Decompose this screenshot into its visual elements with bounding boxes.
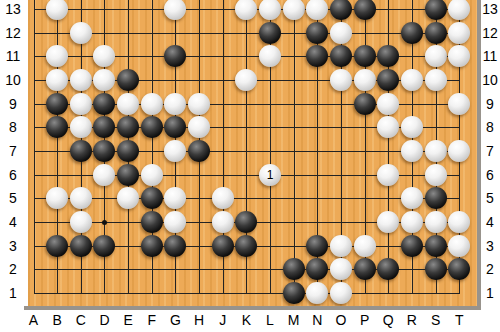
column-label-F: F [142,313,162,327]
black-stone-S3[interactable] [425,235,447,257]
black-stone-F4[interactable] [141,211,163,233]
grid-line-vertical-A [34,0,35,294]
white-stone-P10[interactable] [354,69,376,91]
black-stone-D9[interactable] [93,93,115,115]
white-stone-S7[interactable] [425,140,447,162]
black-stone-C7[interactable] [70,140,92,162]
column-label-R: R [402,313,422,327]
black-stone-N3[interactable] [306,235,328,257]
row-label-left-4: 4 [0,215,26,229]
black-stone-D3[interactable] [93,235,115,257]
black-stone-S12[interactable] [425,22,447,44]
row-label-left-3: 3 [0,239,26,253]
row-label-left-13: 13 [0,2,26,16]
black-stone-P2[interactable] [354,258,376,280]
black-stone-E6[interactable] [117,164,139,186]
column-label-J: J [213,313,233,327]
white-stone-T7[interactable] [448,140,470,162]
white-stone-S6[interactable] [425,164,447,186]
row-label-right-6: 6 [480,168,500,182]
row-label-right-8: 8 [480,120,500,134]
black-stone-B9[interactable] [46,93,68,115]
black-stone-E10[interactable] [117,69,139,91]
white-stone-T4[interactable] [448,211,470,233]
white-stone-R5[interactable] [401,187,423,209]
white-stone-Q4[interactable] [377,211,399,233]
white-stone-E9[interactable] [117,93,139,115]
column-label-A: A [24,313,44,327]
white-stone-T12[interactable] [448,22,470,44]
column-label-E: E [118,313,138,327]
black-stone-P11[interactable] [354,45,376,67]
white-stone-J4[interactable] [212,211,234,233]
row-label-right-2: 2 [480,262,500,276]
row-label-left-11: 11 [0,49,26,63]
column-label-C: C [71,313,91,327]
white-stone-C10[interactable] [70,69,92,91]
column-label-M: M [284,313,304,327]
row-label-right-11: 11 [480,49,500,63]
row-label-left-1: 1 [0,286,26,300]
white-stone-G9[interactable] [164,93,186,115]
white-stone-R10[interactable] [401,69,423,91]
row-label-right-5: 5 [480,191,500,205]
black-stone-E7[interactable] [117,140,139,162]
black-stone-L12[interactable] [259,22,281,44]
white-stone-S10[interactable] [425,69,447,91]
column-label-T: T [449,313,469,327]
row-label-left-10: 10 [0,73,26,87]
column-label-L: L [260,313,280,327]
black-stone-F5[interactable] [141,187,163,209]
go-app-window: 1 13121110987654321 13121110987654321 AB… [0,0,500,332]
column-label-S: S [426,313,446,327]
column-label-P: P [355,313,375,327]
row-label-left-9: 9 [0,97,26,111]
row-label-right-10: 10 [480,73,500,87]
column-label-B: B [47,313,67,327]
column-label-D: D [94,313,114,327]
white-stone-O1[interactable] [330,282,352,304]
black-stone-F8[interactable] [141,116,163,138]
white-stone-C12[interactable] [70,22,92,44]
white-stone-R8[interactable] [401,116,423,138]
row-label-left-5: 5 [0,191,26,205]
white-stone-R7[interactable] [401,140,423,162]
row-label-right-3: 3 [480,239,500,253]
black-stone-P13[interactable] [354,0,376,20]
white-stone-F6[interactable] [141,164,163,186]
board-grid[interactable]: 1 [28,0,477,306]
column-label-G: G [165,313,185,327]
white-stone-P3[interactable] [354,235,376,257]
row-label-right-13: 13 [480,2,500,16]
white-stone-Q6[interactable] [377,164,399,186]
black-stone-R12[interactable] [401,22,423,44]
grid-line-horizontal-1 [34,293,461,294]
black-stone-K3[interactable] [235,235,257,257]
black-stone-C3[interactable] [70,235,92,257]
black-stone-F3[interactable] [141,235,163,257]
white-stone-O2[interactable] [330,258,352,280]
row-label-left-8: 8 [0,120,26,134]
black-stone-H7[interactable] [188,140,210,162]
black-stone-N12[interactable] [306,22,328,44]
black-stone-R3[interactable] [401,235,423,257]
row-label-right-7: 7 [480,144,500,158]
column-label-O: O [331,313,351,327]
white-stone-O10[interactable] [330,69,352,91]
grid-line-vertical-M [294,0,295,294]
column-label-N: N [307,313,327,327]
row-label-left-12: 12 [0,26,26,40]
column-label-H: H [189,313,209,327]
column-label-K: K [236,313,256,327]
white-stone-C9[interactable] [70,93,92,115]
row-label-right-9: 9 [480,97,500,111]
black-stone-M1[interactable] [283,282,305,304]
white-stone-D6[interactable] [93,164,115,186]
row-label-left-7: 7 [0,144,26,158]
row-label-right-1: 1 [480,286,500,300]
grid-line-horizontal-12 [34,33,461,34]
white-stone-J5[interactable] [212,187,234,209]
white-stone-T3[interactable] [448,235,470,257]
black-stone-G3[interactable] [164,235,186,257]
black-stone-M2[interactable] [283,258,305,280]
black-stone-S5[interactable] [425,187,447,209]
white-stone-S4[interactable] [425,211,447,233]
white-stone-M13[interactable] [283,0,305,20]
row-label-right-12: 12 [480,26,500,40]
white-stone-Q9[interactable] [377,93,399,115]
white-stone-C5[interactable] [70,187,92,209]
white-stone-C8[interactable] [70,116,92,138]
white-stone-H9[interactable] [188,93,210,115]
white-stone-N1[interactable] [306,282,328,304]
board-edge-shadow-bottom [24,306,481,310]
black-stone-S13[interactable] [425,0,447,20]
row-label-right-4: 4 [480,215,500,229]
white-stone-O12[interactable] [330,22,352,44]
black-stone-B3[interactable] [46,235,68,257]
white-stone-C4[interactable] [70,211,92,233]
white-stone-O3[interactable] [330,235,352,257]
white-stone-B10[interactable] [46,69,68,91]
white-stone-R4[interactable] [401,211,423,233]
white-stone-S11[interactable] [425,45,447,67]
row-label-left-2: 2 [0,262,26,276]
white-stone-L6[interactable]: 1 [259,164,281,186]
column-label-Q: Q [378,313,398,327]
grid-line-horizontal-5 [34,198,461,199]
move-number-label: 1 [267,169,274,181]
white-stone-F9[interactable] [141,93,163,115]
grid-line-vertical-Q [388,0,389,294]
black-stone-S2[interactable] [425,258,447,280]
white-stone-T9[interactable] [448,93,470,115]
black-stone-P9[interactable] [354,93,376,115]
black-stone-J3[interactable] [212,235,234,257]
grid-line-vertical-L [270,0,271,294]
row-label-left-6: 6 [0,168,26,182]
